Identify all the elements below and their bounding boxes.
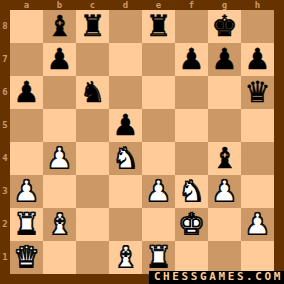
square-h2[interactable]: ♟ [241, 208, 274, 241]
square-h3[interactable] [241, 175, 274, 208]
file-label-d: d [109, 0, 142, 10]
square-f7[interactable]: ♟ [175, 43, 208, 76]
black-bishop: ♝ [43, 10, 76, 43]
square-e3[interactable]: ♟ [142, 175, 175, 208]
square-e4[interactable] [142, 142, 175, 175]
file-labels: abcdefgh [10, 0, 274, 10]
square-c1[interactable] [76, 241, 109, 274]
white-rook: ♜ [10, 208, 43, 241]
square-a6[interactable]: ♟ [10, 76, 43, 109]
black-pawn: ♟ [241, 43, 274, 76]
white-pawn: ♟ [142, 175, 175, 208]
white-pawn: ♟ [43, 142, 76, 175]
square-d4[interactable]: ♞ [109, 142, 142, 175]
square-d3[interactable] [109, 175, 142, 208]
square-d2[interactable] [109, 208, 142, 241]
square-e5[interactable] [142, 109, 175, 142]
black-knight: ♞ [76, 76, 109, 109]
black-pawn: ♟ [10, 76, 43, 109]
square-c2[interactable] [76, 208, 109, 241]
white-pawn: ♟ [10, 175, 43, 208]
file-label-g: g [208, 0, 241, 10]
square-d7[interactable] [109, 43, 142, 76]
square-g2[interactable] [208, 208, 241, 241]
square-d5[interactable]: ♟ [109, 109, 142, 142]
square-e8[interactable]: ♜ [142, 10, 175, 43]
black-king: ♚ [208, 10, 241, 43]
square-c4[interactable] [76, 142, 109, 175]
rank-label-4: 4 [0, 142, 10, 175]
white-pawn: ♟ [208, 175, 241, 208]
black-pawn: ♟ [109, 109, 142, 142]
black-pawn: ♟ [208, 43, 241, 76]
chess-board: ♝♜♜♚♟♟♟♟♟♞♛♟♟♞♝♟♟♞♟♜♝♚♟♛♝♜ [10, 10, 274, 274]
square-e7[interactable] [142, 43, 175, 76]
square-f6[interactable] [175, 76, 208, 109]
file-label-h: h [241, 0, 274, 10]
square-b5[interactable] [43, 109, 76, 142]
square-f4[interactable] [175, 142, 208, 175]
square-b6[interactable] [43, 76, 76, 109]
square-g3[interactable]: ♟ [208, 175, 241, 208]
square-e2[interactable] [142, 208, 175, 241]
square-b4[interactable]: ♟ [43, 142, 76, 175]
square-g7[interactable]: ♟ [208, 43, 241, 76]
square-e6[interactable] [142, 76, 175, 109]
white-knight: ♞ [109, 142, 142, 175]
square-b3[interactable] [43, 175, 76, 208]
square-f5[interactable] [175, 109, 208, 142]
square-g5[interactable] [208, 109, 241, 142]
square-a5[interactable] [10, 109, 43, 142]
site-caption: CHESSGAMES.COM [149, 271, 284, 284]
file-label-a: a [10, 0, 43, 10]
black-pawn: ♟ [175, 43, 208, 76]
chess-diagram: abcdefgh 87654321 ♝♜♜♚♟♟♟♟♟♞♛♟♟♞♝♟♟♞♟♜♝♚… [0, 0, 284, 284]
black-rook: ♜ [76, 10, 109, 43]
square-a4[interactable] [10, 142, 43, 175]
black-queen: ♛ [241, 76, 274, 109]
square-c8[interactable]: ♜ [76, 10, 109, 43]
white-pawn: ♟ [241, 208, 274, 241]
white-knight: ♞ [175, 175, 208, 208]
black-bishop: ♝ [208, 142, 241, 175]
rank-labels: 87654321 [0, 10, 10, 274]
square-g4[interactable]: ♝ [208, 142, 241, 175]
square-f2[interactable]: ♚ [175, 208, 208, 241]
square-a7[interactable] [10, 43, 43, 76]
file-label-f: f [175, 0, 208, 10]
rank-label-8: 8 [0, 10, 10, 43]
square-h6[interactable]: ♛ [241, 76, 274, 109]
square-d1[interactable]: ♝ [109, 241, 142, 274]
square-h5[interactable] [241, 109, 274, 142]
square-c5[interactable] [76, 109, 109, 142]
square-c7[interactable] [76, 43, 109, 76]
square-a1[interactable]: ♛ [10, 241, 43, 274]
square-a3[interactable]: ♟ [10, 175, 43, 208]
square-d8[interactable] [109, 10, 142, 43]
square-d6[interactable] [109, 76, 142, 109]
square-f3[interactable]: ♞ [175, 175, 208, 208]
square-a2[interactable]: ♜ [10, 208, 43, 241]
white-king: ♚ [175, 208, 208, 241]
square-b1[interactable] [43, 241, 76, 274]
black-pawn: ♟ [43, 43, 76, 76]
square-a8[interactable] [10, 10, 43, 43]
black-rook: ♜ [142, 10, 175, 43]
rank-label-6: 6 [0, 76, 10, 109]
rank-label-1: 1 [0, 241, 10, 274]
square-b8[interactable]: ♝ [43, 10, 76, 43]
rank-label-7: 7 [0, 43, 10, 76]
square-g8[interactable]: ♚ [208, 10, 241, 43]
file-label-e: e [142, 0, 175, 10]
square-b2[interactable]: ♝ [43, 208, 76, 241]
square-h8[interactable] [241, 10, 274, 43]
white-queen: ♛ [10, 241, 43, 274]
square-h4[interactable] [241, 142, 274, 175]
square-f8[interactable] [175, 10, 208, 43]
rank-label-3: 3 [0, 175, 10, 208]
square-g6[interactable] [208, 76, 241, 109]
white-bishop: ♝ [109, 241, 142, 274]
square-c3[interactable] [76, 175, 109, 208]
square-h7[interactable]: ♟ [241, 43, 274, 76]
file-label-b: b [43, 0, 76, 10]
white-bishop: ♝ [43, 208, 76, 241]
square-b7[interactable]: ♟ [43, 43, 76, 76]
file-label-c: c [76, 0, 109, 10]
rank-label-2: 2 [0, 208, 10, 241]
square-c6[interactable]: ♞ [76, 76, 109, 109]
rank-label-5: 5 [0, 109, 10, 142]
